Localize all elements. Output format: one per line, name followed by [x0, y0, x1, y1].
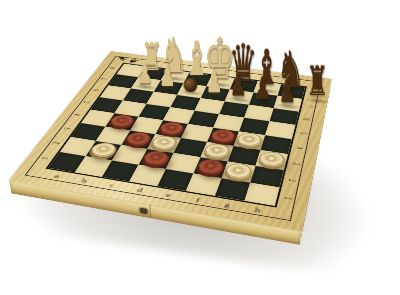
rank-label-left-8: 8 — [109, 67, 118, 69]
square-e1[interactable] — [157, 169, 193, 191]
rank-label-right-1: 1 — [282, 196, 293, 200]
file-label-e: e — [165, 191, 173, 199]
rank-label-right-3: 3 — [291, 162, 301, 166]
scene: ❦ ❦ abcdefgh1122334455667788♜♞♝♚♛♝♞♜♟♟♟♟… — [0, 0, 400, 295]
square-h6[interactable] — [270, 108, 299, 125]
file-label-h: h — [254, 206, 261, 214]
rank-label-left-6: 6 — [92, 89, 101, 92]
game-board: ❦ ❦ abcdefgh1122334455667788♜♞♝♚♛♝♞♜♟♟♟♟… — [9, 51, 331, 231]
square-g1[interactable] — [215, 178, 250, 201]
file-label-d: d — [136, 186, 144, 194]
dark-pawn-glyph: ♟ — [268, 39, 306, 106]
rank-label-left-4: 4 — [73, 114, 83, 117]
rank-label-left-2: 2 — [52, 141, 62, 145]
square-e6[interactable] — [195, 98, 225, 114]
clasp-icon — [140, 208, 148, 215]
file-label-c: c — [108, 182, 116, 190]
square-a4[interactable] — [81, 110, 114, 127]
rank-label-right-5: 5 — [298, 132, 308, 135]
rank-label-left-7: 7 — [100, 78, 109, 81]
light-pawn-glyph: ♟ — [149, 25, 186, 90]
rank-label-left-1: 1 — [40, 156, 51, 160]
square-h1[interactable] — [245, 183, 280, 206]
rank-label-right-6: 6 — [301, 118, 310, 121]
rank-label-left-5: 5 — [83, 101, 92, 104]
square-e4[interactable] — [181, 124, 213, 142]
file-label-f: f — [195, 196, 201, 204]
file-label-a: a — [53, 172, 62, 179]
photo-stage: ❦ ❦ abcdefgh1122334455667788♜♞♝♚♛♝♞♜♟♟♟♟… — [0, 0, 400, 295]
square-e5[interactable] — [188, 111, 219, 128]
rank-label-right-2: 2 — [286, 178, 297, 182]
fold-seam — [150, 205, 152, 219]
red-checker-f4[interactable] — [208, 128, 237, 145]
file-label-b: b — [80, 177, 89, 184]
square-h5[interactable] — [265, 121, 295, 139]
rank-label-right-4: 4 — [294, 146, 304, 150]
rank-label-left-3: 3 — [63, 127, 73, 130]
square-a6[interactable] — [100, 86, 131, 101]
file-label-g: g — [224, 201, 232, 209]
